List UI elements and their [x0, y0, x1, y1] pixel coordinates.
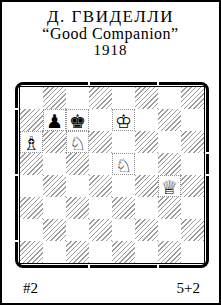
square-h6[interactable]	[181, 131, 204, 153]
white-king-piece: ♔	[115, 111, 132, 130]
square-a7[interactable]	[20, 109, 43, 131]
square-d4[interactable]	[89, 175, 112, 197]
black-pawn-piece: ♟	[46, 111, 63, 130]
square-h3[interactable]	[181, 197, 204, 219]
square-f2[interactable]	[135, 219, 158, 241]
square-b8[interactable]	[43, 87, 66, 109]
composer-name: Д. ГВИДЕЛЛИ	[2, 7, 219, 27]
square-e3[interactable]	[112, 197, 135, 219]
square-d8[interactable]	[89, 87, 112, 109]
square-d6[interactable]	[89, 131, 112, 153]
square-g5[interactable]	[158, 153, 181, 175]
square-g4[interactable]: ♕	[158, 175, 181, 197]
black-king-piece: ♚	[69, 111, 86, 130]
square-d7[interactable]	[89, 109, 112, 131]
square-a6[interactable]: ♗	[20, 131, 43, 153]
square-h8[interactable]	[181, 87, 204, 109]
square-d3[interactable]	[89, 197, 112, 219]
square-f4[interactable]	[135, 175, 158, 197]
square-b3[interactable]	[43, 197, 66, 219]
square-e6[interactable]	[112, 131, 135, 153]
square-c5[interactable]	[66, 153, 89, 175]
square-e8[interactable]	[112, 87, 135, 109]
square-a2[interactable]	[20, 219, 43, 241]
square-c7[interactable]: ♚	[66, 109, 89, 131]
square-f6[interactable]	[135, 131, 158, 153]
square-c4[interactable]	[66, 175, 89, 197]
square-h1[interactable]	[181, 241, 204, 263]
white-knight-piece: ♘	[69, 133, 86, 152]
square-f1[interactable]	[135, 241, 158, 263]
square-e4[interactable]	[112, 175, 135, 197]
square-b7[interactable]: ♟	[43, 109, 66, 131]
material-count: 5+2	[177, 280, 200, 297]
source-name: “Good Companion”	[2, 25, 219, 43]
square-d1[interactable]	[89, 241, 112, 263]
frame-seam	[15, 174, 18, 176]
square-b5[interactable]	[43, 153, 66, 175]
frame-seam	[15, 240, 18, 242]
square-c1[interactable]	[66, 241, 89, 263]
square-h2[interactable]	[181, 219, 204, 241]
square-a5[interactable]	[20, 153, 43, 175]
square-e5[interactable]: ♘	[112, 153, 135, 175]
square-b1[interactable]	[43, 241, 66, 263]
frame-seam	[88, 265, 90, 268]
square-a3[interactable]	[20, 197, 43, 219]
square-g8[interactable]	[158, 87, 181, 109]
frame-seam	[157, 265, 159, 268]
square-c6[interactable]: ♘	[66, 131, 89, 153]
square-f8[interactable]	[135, 87, 158, 109]
white-queen-piece: ♕	[161, 177, 178, 196]
square-a1[interactable]	[20, 241, 43, 263]
square-e2[interactable]	[112, 219, 135, 241]
white-bishop-piece: ♗	[23, 133, 40, 152]
square-b2[interactable]	[43, 219, 66, 241]
chess-board: ♟♚♔♗♘♘♕	[15, 82, 209, 268]
white-knight-piece: ♘	[115, 155, 132, 174]
square-e7[interactable]: ♔	[112, 109, 135, 131]
square-a4[interactable]	[20, 175, 43, 197]
square-g1[interactable]	[158, 241, 181, 263]
square-e1[interactable]	[112, 241, 135, 263]
square-d2[interactable]	[89, 219, 112, 241]
frame-seam	[88, 82, 90, 85]
problem-card: Д. ГВИДЕЛЛИ “Good Companion” 1918 ♟♚♔♗♘♘…	[0, 0, 221, 305]
square-a8[interactable]	[20, 87, 43, 109]
frame-seam	[206, 152, 209, 154]
square-c8[interactable]	[66, 87, 89, 109]
square-g6[interactable]	[158, 131, 181, 153]
square-b6[interactable]	[43, 131, 66, 153]
frame-seam	[206, 174, 209, 176]
square-g7[interactable]	[158, 109, 181, 131]
year: 1918	[2, 42, 219, 59]
square-c3[interactable]	[66, 197, 89, 219]
frame-seam	[15, 108, 18, 110]
square-f7[interactable]	[135, 109, 158, 131]
square-d5[interactable]	[89, 153, 112, 175]
stipulation: #2	[23, 280, 38, 297]
square-g3[interactable]	[158, 197, 181, 219]
square-f3[interactable]	[135, 197, 158, 219]
square-h5[interactable]	[181, 153, 204, 175]
square-h4[interactable]	[181, 175, 204, 197]
square-c2[interactable]	[66, 219, 89, 241]
square-g2[interactable]	[158, 219, 181, 241]
frame-seam	[157, 82, 159, 85]
square-h7[interactable]	[181, 109, 204, 131]
square-f5[interactable]	[135, 153, 158, 175]
board-grid: ♟♚♔♗♘♘♕	[20, 87, 204, 263]
square-b4[interactable]	[43, 175, 66, 197]
